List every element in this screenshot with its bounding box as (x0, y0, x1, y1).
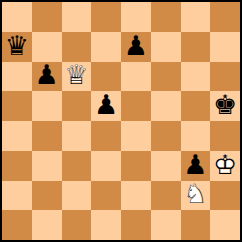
square-a8[interactable] (2, 2, 32, 32)
black-pawn-icon: ♟ (183, 151, 207, 178)
square-f8[interactable] (151, 2, 181, 32)
black-queen-piece: ♛ (2, 32, 32, 62)
black-pawn-icon: ♟ (94, 92, 118, 119)
square-g8[interactable] (181, 2, 211, 32)
square-b5[interactable] (32, 91, 62, 121)
square-f7[interactable] (151, 32, 181, 62)
square-f1[interactable] (151, 210, 181, 240)
square-f6[interactable] (151, 62, 181, 92)
chess-board: ♛♟♟♛♕♟♚♟♚♔♞♘ (0, 0, 242, 242)
square-d2[interactable] (91, 181, 121, 211)
square-c2[interactable] (62, 181, 92, 211)
square-c6[interactable]: ♛♕ (62, 62, 92, 92)
square-g1[interactable] (181, 210, 211, 240)
white-king-icon: ♔ (213, 151, 237, 178)
black-pawn-icon: ♟ (124, 32, 148, 59)
square-c3[interactable] (62, 151, 92, 181)
square-h8[interactable] (210, 2, 240, 32)
square-f2[interactable] (151, 181, 181, 211)
square-d1[interactable] (91, 210, 121, 240)
square-h2[interactable] (210, 181, 240, 211)
square-d8[interactable] (91, 2, 121, 32)
square-e8[interactable] (121, 2, 151, 32)
square-g6[interactable] (181, 62, 211, 92)
white-king-piece: ♚♔ (210, 151, 240, 181)
square-a1[interactable] (2, 210, 32, 240)
black-queen-icon: ♛ (5, 32, 29, 59)
square-e2[interactable] (121, 181, 151, 211)
black-pawn-piece: ♟ (91, 91, 121, 121)
white-knight-icon: ♘ (183, 181, 207, 208)
square-h3[interactable]: ♚♔ (210, 151, 240, 181)
square-a7[interactable]: ♛ (2, 32, 32, 62)
square-e6[interactable] (121, 62, 151, 92)
square-e4[interactable] (121, 121, 151, 151)
square-f3[interactable] (151, 151, 181, 181)
black-pawn-piece: ♟ (32, 62, 62, 92)
square-b8[interactable] (32, 2, 62, 32)
black-pawn-icon: ♟ (35, 62, 59, 89)
square-b2[interactable] (32, 181, 62, 211)
square-f4[interactable] (151, 121, 181, 151)
square-c4[interactable] (62, 121, 92, 151)
square-b4[interactable] (32, 121, 62, 151)
square-d4[interactable] (91, 121, 121, 151)
black-pawn-piece: ♟ (121, 32, 151, 62)
square-b7[interactable] (32, 32, 62, 62)
black-king-icon: ♚ (213, 92, 237, 119)
square-c7[interactable] (62, 32, 92, 62)
white-queen-piece: ♛♕ (62, 62, 92, 92)
square-a5[interactable] (2, 91, 32, 121)
square-d3[interactable] (91, 151, 121, 181)
square-e5[interactable] (121, 91, 151, 121)
square-h6[interactable] (210, 62, 240, 92)
square-b1[interactable] (32, 210, 62, 240)
white-knight-piece: ♞♘ (181, 181, 211, 211)
square-g5[interactable] (181, 91, 211, 121)
square-h1[interactable] (210, 210, 240, 240)
square-g7[interactable] (181, 32, 211, 62)
square-d5[interactable]: ♟ (91, 91, 121, 121)
square-b3[interactable] (32, 151, 62, 181)
square-f5[interactable] (151, 91, 181, 121)
square-g2[interactable]: ♞♘ (181, 181, 211, 211)
square-d7[interactable] (91, 32, 121, 62)
square-e1[interactable] (121, 210, 151, 240)
black-pawn-piece: ♟ (181, 151, 211, 181)
square-g4[interactable] (181, 121, 211, 151)
square-g3[interactable]: ♟ (181, 151, 211, 181)
square-a2[interactable] (2, 181, 32, 211)
square-e7[interactable]: ♟ (121, 32, 151, 62)
square-a3[interactable] (2, 151, 32, 181)
square-c8[interactable] (62, 2, 92, 32)
square-a6[interactable] (2, 62, 32, 92)
square-a4[interactable] (2, 121, 32, 151)
black-king-piece: ♚ (210, 91, 240, 121)
square-h5[interactable]: ♚ (210, 91, 240, 121)
white-queen-icon: ♕ (64, 62, 88, 89)
square-c5[interactable] (62, 91, 92, 121)
square-h7[interactable] (210, 32, 240, 62)
square-h4[interactable] (210, 121, 240, 151)
chess-diagram: ♛♟♟♛♕♟♚♟♚♔♞♘ (0, 0, 242, 242)
square-b6[interactable]: ♟ (32, 62, 62, 92)
square-d6[interactable] (91, 62, 121, 92)
square-c1[interactable] (62, 210, 92, 240)
square-e3[interactable] (121, 151, 151, 181)
